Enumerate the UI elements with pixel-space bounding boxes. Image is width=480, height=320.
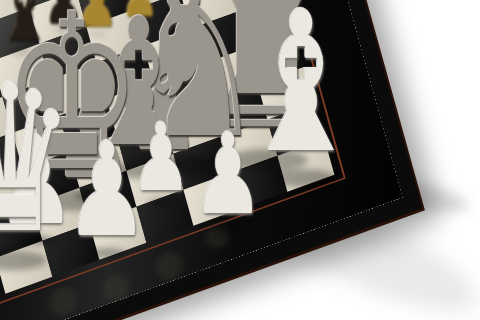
pieces-layer: ♚♛♝♞♜♝♟♟♟♟♟♟♝♟♟♟ [0,0,480,320]
photo-stage: ♚♛♝♞♜♝♟♟♟♟♟♟♝♟♟♟ [0,0,480,320]
frame-reflection [47,284,81,319]
piece-white-pawn-g1[interactable]: ♟ [192,118,264,230]
piece-white-pawn-d1[interactable]: ♟ [65,125,149,255]
piece-white-queen-b1[interactable]: ♛ [0,59,76,262]
frame-reflection [101,271,132,304]
frame-reflection [153,248,187,283]
